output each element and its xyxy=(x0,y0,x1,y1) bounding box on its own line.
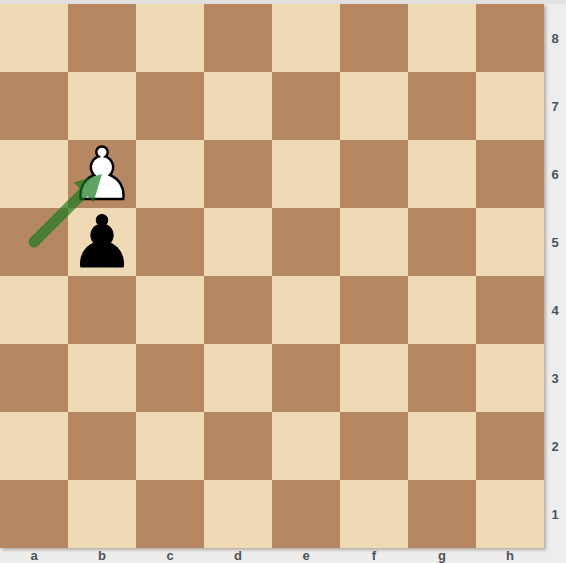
square-d3[interactable] xyxy=(204,344,272,412)
rank-label-1: 1 xyxy=(544,480,566,548)
square-a2[interactable] xyxy=(0,412,68,480)
file-label-e: e xyxy=(272,548,340,563)
square-f5[interactable] xyxy=(340,208,408,276)
square-b7[interactable] xyxy=(68,72,136,140)
file-label-a: a xyxy=(0,548,68,563)
square-d7[interactable] xyxy=(204,72,272,140)
file-label-b: b xyxy=(68,548,136,563)
square-c1[interactable] xyxy=(136,480,204,548)
square-c6[interactable] xyxy=(136,140,204,208)
square-b3[interactable] xyxy=(68,344,136,412)
square-e3[interactable] xyxy=(272,344,340,412)
square-a8[interactable] xyxy=(0,4,68,72)
square-d6[interactable] xyxy=(204,140,272,208)
square-f4[interactable] xyxy=(340,276,408,344)
square-c5[interactable] xyxy=(136,208,204,276)
square-c4[interactable] xyxy=(136,276,204,344)
rank-label-6: 6 xyxy=(544,140,566,208)
square-a1[interactable] xyxy=(0,480,68,548)
square-d1[interactable] xyxy=(204,480,272,548)
square-g3[interactable] xyxy=(408,344,476,412)
square-g6[interactable] xyxy=(408,140,476,208)
rank-label-7: 7 xyxy=(544,72,566,140)
square-b4[interactable] xyxy=(68,276,136,344)
square-g8[interactable] xyxy=(408,4,476,72)
square-c8[interactable] xyxy=(136,4,204,72)
piece-black-pawn-b5[interactable]: ♟ xyxy=(68,208,136,276)
square-g5[interactable] xyxy=(408,208,476,276)
square-g1[interactable] xyxy=(408,480,476,548)
square-e2[interactable] xyxy=(272,412,340,480)
square-b2[interactable] xyxy=(68,412,136,480)
file-label-g: g xyxy=(408,548,476,563)
square-f7[interactable] xyxy=(340,72,408,140)
file-label-h: h xyxy=(476,548,544,563)
square-d5[interactable] xyxy=(204,208,272,276)
square-a6[interactable] xyxy=(0,140,68,208)
rank-label-2: 2 xyxy=(544,412,566,480)
square-b8[interactable] xyxy=(68,4,136,72)
square-c3[interactable] xyxy=(136,344,204,412)
square-h6[interactable] xyxy=(476,140,544,208)
square-e1[interactable] xyxy=(272,480,340,548)
rank-label-3: 3 xyxy=(544,344,566,412)
square-h4[interactable] xyxy=(476,276,544,344)
square-g2[interactable] xyxy=(408,412,476,480)
square-d4[interactable] xyxy=(204,276,272,344)
square-h7[interactable] xyxy=(476,72,544,140)
square-b1[interactable] xyxy=(68,480,136,548)
square-a5[interactable] xyxy=(0,208,68,276)
square-c7[interactable] xyxy=(136,72,204,140)
rank-label-4: 4 xyxy=(544,276,566,344)
square-f1[interactable] xyxy=(340,480,408,548)
square-d8[interactable] xyxy=(204,4,272,72)
square-h2[interactable] xyxy=(476,412,544,480)
square-g4[interactable] xyxy=(408,276,476,344)
square-c2[interactable] xyxy=(136,412,204,480)
rank-labels: 87654321 xyxy=(544,4,566,548)
chess-board: ♟♟ xyxy=(0,4,544,548)
file-labels: abcdefgh xyxy=(0,548,544,563)
square-d2[interactable] xyxy=(204,412,272,480)
square-e8[interactable] xyxy=(272,4,340,72)
square-e6[interactable] xyxy=(272,140,340,208)
square-e5[interactable] xyxy=(272,208,340,276)
square-g7[interactable] xyxy=(408,72,476,140)
square-f2[interactable] xyxy=(340,412,408,480)
file-label-d: d xyxy=(204,548,272,563)
piece-white-pawn-b6[interactable]: ♟ xyxy=(68,140,136,208)
square-a3[interactable] xyxy=(0,344,68,412)
square-e7[interactable] xyxy=(272,72,340,140)
rank-label-5: 5 xyxy=(544,208,566,276)
square-h3[interactable] xyxy=(476,344,544,412)
file-label-c: c xyxy=(136,548,204,563)
square-e4[interactable] xyxy=(272,276,340,344)
square-f6[interactable] xyxy=(340,140,408,208)
square-f8[interactable] xyxy=(340,4,408,72)
square-f3[interactable] xyxy=(340,344,408,412)
square-h5[interactable] xyxy=(476,208,544,276)
square-h1[interactable] xyxy=(476,480,544,548)
square-h8[interactable] xyxy=(476,4,544,72)
file-label-f: f xyxy=(340,548,408,563)
rank-label-8: 8 xyxy=(544,4,566,72)
square-a7[interactable] xyxy=(0,72,68,140)
square-a4[interactable] xyxy=(0,276,68,344)
